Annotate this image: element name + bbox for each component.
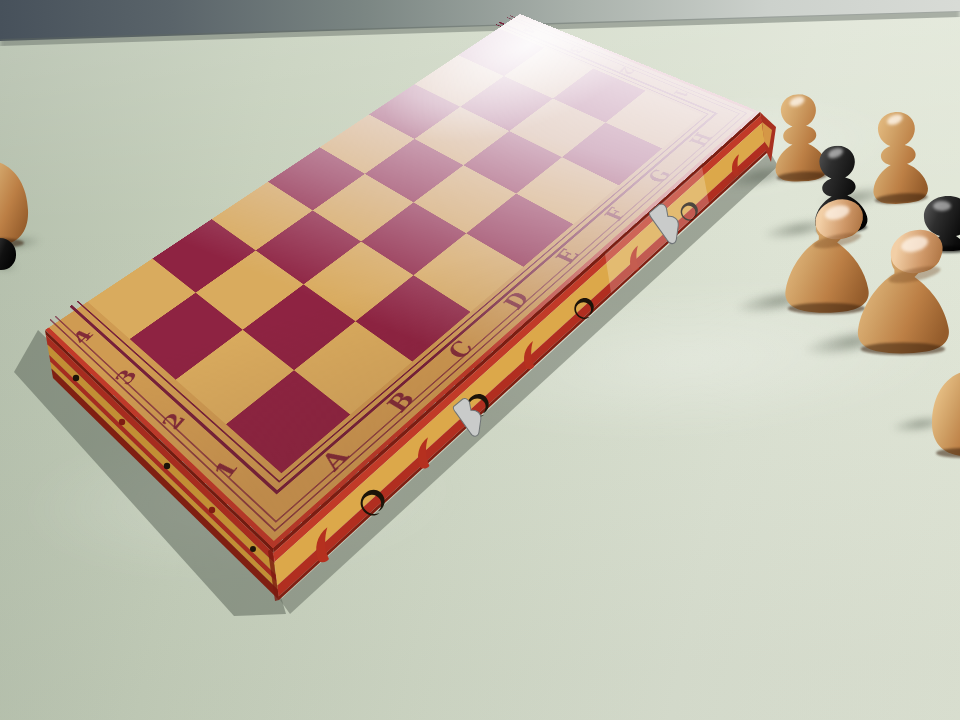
photo-scene: 43214321ABCDEFGH (0, 0, 960, 720)
piece-light-flat-6 (852, 226, 954, 355)
piece-light-bulge-7 (930, 370, 960, 458)
piece-light-pawn-2 (864, 100, 932, 206)
piece-light-bulge-8 (0, 160, 30, 248)
